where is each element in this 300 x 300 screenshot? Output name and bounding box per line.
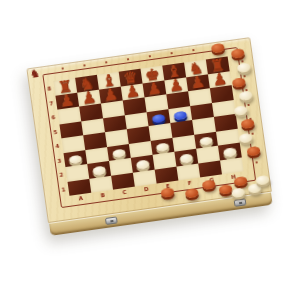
knight-crest-icon: ♞	[29, 68, 40, 80]
margin-dot	[149, 55, 151, 57]
square-e1[interactable]	[155, 166, 179, 183]
margin-dot	[105, 61, 107, 63]
rank-label-1: 1	[59, 186, 68, 193]
loose-red-checker-9[interactable]	[246, 146, 260, 156]
loose-red-checker-10[interactable]	[160, 187, 174, 197]
margin-dot	[127, 58, 129, 60]
loose-white-checker-6[interactable]	[234, 105, 248, 115]
white-checker-d2[interactable]	[136, 159, 150, 169]
margin-dot	[247, 103, 249, 105]
margin-dot	[170, 52, 172, 54]
rank-label-2: 2	[57, 171, 66, 178]
white-checker-f2[interactable]	[179, 153, 193, 163]
loose-red-checker-2[interactable]	[231, 48, 245, 58]
margin-dot	[62, 67, 64, 69]
loose-red-checker-4[interactable]	[232, 77, 246, 87]
margin-dot	[251, 132, 253, 134]
margin-dot	[243, 75, 245, 77]
rank-label-5: 5	[51, 128, 60, 135]
loose-white-checker-3[interactable]	[237, 62, 251, 72]
photo-canvas: ♞ ♜♞♝♛♚♝♞♜♟♟♟♟♟♟♟♟ ABCDEFGH87654321	[0, 0, 300, 300]
board-squares: ♜♞♝♛♚♝♞♜♟♟♟♟♟♟♟♟	[53, 56, 243, 195]
rank-label-3: 3	[55, 157, 64, 164]
square-g1[interactable]	[198, 160, 222, 177]
loose-red-checker-11[interactable]	[185, 188, 199, 198]
rank-label-8: 8	[45, 85, 54, 92]
white-checker-c3[interactable]	[112, 148, 126, 158]
square-f1[interactable]	[176, 163, 200, 180]
margin-dot	[83, 64, 85, 66]
loose-red-checker-12[interactable]	[202, 179, 216, 189]
rank-label-4: 4	[53, 142, 62, 149]
square-a1[interactable]	[67, 178, 91, 195]
square-b1[interactable]	[89, 175, 113, 192]
blue-checker-f5[interactable]	[173, 110, 187, 120]
rank-label-7: 7	[47, 99, 56, 106]
square-d1[interactable]	[133, 169, 157, 186]
white-checker-e3[interactable]	[156, 142, 170, 152]
loose-white-checker-16[interactable]	[256, 175, 270, 185]
rank-label-6: 6	[49, 114, 58, 121]
white-checker-h2[interactable]	[223, 147, 237, 157]
white-checker-a3[interactable]	[68, 154, 82, 164]
white-checker-g3[interactable]	[199, 136, 213, 146]
clasp-right	[234, 198, 247, 207]
loose-red-checker-14[interactable]	[234, 176, 248, 186]
blue-checker-e5[interactable]	[152, 113, 166, 123]
white-checker-b2[interactable]	[92, 166, 106, 176]
board-surface: ♞ ♜♞♝♛♚♝♞♜♟♟♟♟♟♟♟♟ ABCDEFGH87654321	[26, 37, 272, 223]
margin-dot	[192, 49, 194, 51]
game-board: ♞ ♜♞♝♛♚♝♞♜♟♟♟♟♟♟♟♟ ABCDEFGH87654321	[26, 37, 273, 236]
loose-white-checker-8[interactable]	[239, 133, 253, 143]
loose-white-checker-5[interactable]	[239, 90, 253, 100]
loose-red-checker-1[interactable]	[211, 43, 225, 53]
square-c1[interactable]	[111, 172, 135, 189]
clasp-left	[105, 216, 118, 225]
square-h1[interactable]	[220, 157, 244, 174]
margin-dot	[255, 161, 257, 163]
loose-red-checker-7[interactable]	[241, 118, 255, 128]
loose-red-checker-13[interactable]	[219, 184, 233, 194]
